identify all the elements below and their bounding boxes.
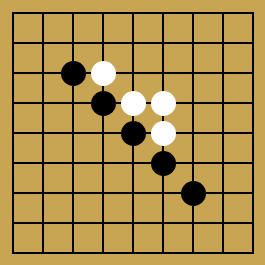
white-stone[interactable]: [91, 61, 116, 86]
go-board[interactable]: [0, 0, 265, 265]
black-stone[interactable]: [151, 151, 176, 176]
white-stone[interactable]: [151, 91, 176, 116]
white-stone[interactable]: [151, 121, 176, 146]
board-grid-line-vertical: [222, 12, 224, 254]
black-stone[interactable]: [61, 61, 86, 86]
black-stone[interactable]: [121, 121, 146, 146]
white-stone[interactable]: [121, 91, 146, 116]
black-stone[interactable]: [91, 91, 116, 116]
go-diagram-screenshot: [0, 0, 265, 265]
board-grid-line-vertical: [192, 12, 194, 254]
black-stone[interactable]: [181, 181, 206, 206]
board-grid-line-horizontal: [12, 192, 254, 194]
board-grid-line-horizontal: [12, 222, 254, 224]
board-grid-line-horizontal: [12, 162, 254, 164]
